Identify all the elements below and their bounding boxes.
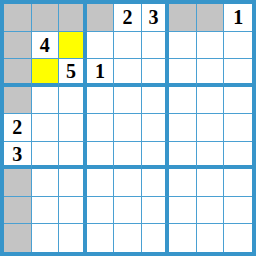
- cell-r1c5[interactable]: [142, 32, 170, 60]
- cell-r0c4[interactable]: 2: [114, 4, 142, 32]
- cell-r3c3[interactable]: [87, 87, 115, 115]
- cell-r5c5[interactable]: [142, 142, 170, 170]
- cell-r5c6[interactable]: [169, 142, 197, 170]
- cell-r6c3[interactable]: [87, 169, 115, 197]
- cell-r4c8[interactable]: [224, 114, 252, 142]
- cell-r4c1[interactable]: [32, 114, 60, 142]
- cell-r4c3[interactable]: [87, 114, 115, 142]
- cell-r7c7[interactable]: [197, 197, 225, 225]
- cell-r3c4[interactable]: [114, 87, 142, 115]
- cell-r0c5[interactable]: 3: [142, 4, 170, 32]
- cell-r2c4[interactable]: [114, 59, 142, 87]
- cell-r2c0[interactable]: [4, 59, 32, 87]
- cell-r5c8[interactable]: [224, 142, 252, 170]
- cell-r2c2[interactable]: 5: [59, 59, 87, 87]
- cell-r3c0[interactable]: [4, 87, 32, 115]
- cell-r4c4[interactable]: [114, 114, 142, 142]
- cell-r8c7[interactable]: [197, 224, 225, 252]
- cell-r6c6[interactable]: [169, 169, 197, 197]
- cell-r3c7[interactable]: [197, 87, 225, 115]
- cell-r5c3[interactable]: [87, 142, 115, 170]
- cell-r3c5[interactable]: [142, 87, 170, 115]
- cell-r0c8[interactable]: 1: [224, 4, 252, 32]
- cell-r1c8[interactable]: [224, 32, 252, 60]
- cell-r7c4[interactable]: [114, 197, 142, 225]
- cell-r7c8[interactable]: [224, 197, 252, 225]
- cell-r2c1[interactable]: [32, 59, 60, 87]
- sudoku-board: 23145123: [4, 4, 252, 252]
- cell-r1c7[interactable]: [197, 32, 225, 60]
- cell-r0c0[interactable]: [4, 4, 32, 32]
- cell-r5c2[interactable]: [59, 142, 87, 170]
- cell-r1c4[interactable]: [114, 32, 142, 60]
- cell-r6c8[interactable]: [224, 169, 252, 197]
- cell-r1c2[interactable]: [59, 32, 87, 60]
- cell-r0c6[interactable]: [169, 4, 197, 32]
- cell-r3c6[interactable]: [169, 87, 197, 115]
- cell-r1c1[interactable]: 4: [32, 32, 60, 60]
- cell-r4c5[interactable]: [142, 114, 170, 142]
- cell-r6c0[interactable]: [4, 169, 32, 197]
- cell-r8c2[interactable]: [59, 224, 87, 252]
- cell-r4c2[interactable]: [59, 114, 87, 142]
- cell-r5c0[interactable]: 3: [4, 142, 32, 170]
- cell-r3c1[interactable]: [32, 87, 60, 115]
- cell-r8c8[interactable]: [224, 224, 252, 252]
- cell-r0c1[interactable]: [32, 4, 60, 32]
- cell-r2c7[interactable]: [197, 59, 225, 87]
- cell-r5c4[interactable]: [114, 142, 142, 170]
- cell-r4c6[interactable]: [169, 114, 197, 142]
- cell-r2c3[interactable]: 1: [87, 59, 115, 87]
- cell-r6c1[interactable]: [32, 169, 60, 197]
- cell-r0c3[interactable]: [87, 4, 115, 32]
- cell-r8c4[interactable]: [114, 224, 142, 252]
- cell-r7c0[interactable]: [4, 197, 32, 225]
- cell-r7c1[interactable]: [32, 197, 60, 225]
- cell-r7c3[interactable]: [87, 197, 115, 225]
- cell-r6c4[interactable]: [114, 169, 142, 197]
- cell-r0c2[interactable]: [59, 4, 87, 32]
- cell-r8c1[interactable]: [32, 224, 60, 252]
- cell-r1c6[interactable]: [169, 32, 197, 60]
- cell-r6c2[interactable]: [59, 169, 87, 197]
- cell-r7c5[interactable]: [142, 197, 170, 225]
- cell-r6c7[interactable]: [197, 169, 225, 197]
- cell-r8c3[interactable]: [87, 224, 115, 252]
- cell-r2c5[interactable]: [142, 59, 170, 87]
- cell-r8c5[interactable]: [142, 224, 170, 252]
- cell-r4c7[interactable]: [197, 114, 225, 142]
- cell-r0c7[interactable]: [197, 4, 225, 32]
- cell-r3c8[interactable]: [224, 87, 252, 115]
- cell-r7c2[interactable]: [59, 197, 87, 225]
- cell-r5c7[interactable]: [197, 142, 225, 170]
- cell-r8c0[interactable]: [4, 224, 32, 252]
- cell-r5c1[interactable]: [32, 142, 60, 170]
- cell-r1c0[interactable]: [4, 32, 32, 60]
- cell-r7c6[interactable]: [169, 197, 197, 225]
- cell-r4c0[interactable]: 2: [4, 114, 32, 142]
- cell-r1c3[interactable]: [87, 32, 115, 60]
- cell-r8c6[interactable]: [169, 224, 197, 252]
- cell-r3c2[interactable]: [59, 87, 87, 115]
- cell-r2c8[interactable]: [224, 59, 252, 87]
- cell-r2c6[interactable]: [169, 59, 197, 87]
- cell-r6c5[interactable]: [142, 169, 170, 197]
- sudoku-board-frame: 23145123: [0, 0, 256, 256]
